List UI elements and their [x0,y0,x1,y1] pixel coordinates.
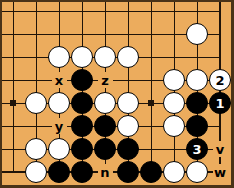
white-stone-S7 [186,23,208,45]
point-S6 [186,46,209,69]
white-stone-P6 [117,46,139,68]
label-y-M3: y [52,118,67,134]
point-Q5 [140,69,163,92]
point-Q3 [140,115,163,138]
point-P3 [117,115,140,138]
point-K8 [2,0,25,23]
point-P4 [117,92,140,115]
white-stone-O4 [94,92,116,114]
point-M7 [48,23,71,46]
black-stone-N5 [71,69,93,91]
point-S1 [186,161,209,184]
point-L8 [25,0,48,23]
point-M4 [48,92,71,115]
white-stone-R3 [163,115,185,137]
point-P6 [117,46,140,69]
point-N2 [71,138,94,161]
label-w-T1: w [213,164,228,180]
white-stone-N6 [71,46,93,68]
board-grid: xz21y3vnw [2,0,232,184]
black-stone-P2 [117,138,139,160]
white-stone-L2 [25,138,47,160]
point-N1 [71,161,94,184]
black-stone-O2 [94,138,116,160]
point-L6 [25,46,48,69]
white-stone-M4 [48,92,70,114]
point-L7 [25,23,48,46]
point-O2 [94,138,117,161]
point-N8 [71,0,94,23]
point-K6 [2,46,25,69]
point-Q2 [140,138,163,161]
black-stone-move-1-T4: 1 [209,92,231,114]
point-P5 [117,69,140,92]
point-O5: z [94,69,117,92]
go-board-diagram: xz21y3vnw [0,0,234,188]
star-point-Q4 [148,100,154,106]
black-stone-N2 [71,138,93,160]
point-L2 [25,138,48,161]
label-z-O5: z [98,72,113,88]
white-stone-O6 [94,46,116,68]
black-stone-P1 [117,161,139,183]
black-stone-S3 [186,115,208,137]
star-point-K4 [10,100,16,106]
point-T4: 1 [209,92,232,115]
point-N3 [71,115,94,138]
point-K2 [2,138,25,161]
frame-top-edge [0,0,234,2]
black-stone-S4 [186,92,208,114]
point-S7 [186,23,209,46]
white-stone-M2 [48,138,70,160]
point-O1: n [94,161,117,184]
black-stone-O3 [94,115,116,137]
point-T7 [209,23,232,46]
black-stone-N4 [71,92,93,114]
point-K4 [2,92,25,115]
point-S4 [186,92,209,115]
white-stone-M6 [48,46,70,68]
point-O4 [94,92,117,115]
point-M5: x [48,69,71,92]
black-stone-N3 [71,115,93,137]
point-P2 [117,138,140,161]
label-n-O1: n [98,164,113,180]
point-M6 [48,46,71,69]
point-M1 [48,161,71,184]
point-Q8 [140,0,163,23]
point-Q7 [140,23,163,46]
label-v-T2: v [213,141,228,157]
point-P8 [117,0,140,23]
white-stone-S1 [186,161,208,183]
point-R7 [163,23,186,46]
point-T5: 2 [209,69,232,92]
white-stone-R5 [163,69,185,91]
point-K7 [2,23,25,46]
point-Q6 [140,46,163,69]
point-T2: v [209,138,232,161]
point-N7 [71,23,94,46]
white-stone-move-2-T5: 2 [209,69,231,91]
label-x-M5: x [52,72,67,88]
white-stone-L1 [25,161,47,183]
point-P7 [117,23,140,46]
point-O8 [94,0,117,23]
point-Q1 [140,161,163,184]
black-stone-Q1 [140,161,162,183]
point-N4 [71,92,94,115]
black-stone-N1 [71,161,93,183]
white-stone-P4 [117,92,139,114]
point-S8 [186,0,209,23]
black-stone-move-3-S2: 3 [186,138,208,160]
point-R2 [163,138,186,161]
frame-left-edge [0,0,2,188]
point-L3 [25,115,48,138]
point-L1 [25,161,48,184]
point-R8 [163,0,186,23]
point-O7 [94,23,117,46]
point-R5 [163,69,186,92]
point-K1 [2,161,25,184]
point-Q4 [140,92,163,115]
point-N6 [71,46,94,69]
point-S2: 3 [186,138,209,161]
point-R6 [163,46,186,69]
point-R3 [163,115,186,138]
point-L5 [25,69,48,92]
point-L4 [25,92,48,115]
white-stone-L4 [25,92,47,114]
point-R1 [163,161,186,184]
point-K3 [2,115,25,138]
point-O3 [94,115,117,138]
point-T8 [209,0,232,23]
white-stone-S5 [186,69,208,91]
point-K5 [2,69,25,92]
point-S3 [186,115,209,138]
point-M2 [48,138,71,161]
point-S5 [186,69,209,92]
frame-bottom-edge [0,185,234,188]
white-stone-R1 [163,161,185,183]
point-T6 [209,46,232,69]
white-stone-P3 [117,115,139,137]
point-M3: y [48,115,71,138]
black-stone-M1 [48,161,70,183]
point-O6 [94,46,117,69]
point-N5 [71,69,94,92]
point-M8 [48,0,71,23]
white-stone-R4 [163,92,185,114]
point-T3 [209,115,232,138]
point-R4 [163,92,186,115]
point-P1 [117,161,140,184]
point-T1: w [209,161,232,184]
frame-right-edge [231,0,234,188]
